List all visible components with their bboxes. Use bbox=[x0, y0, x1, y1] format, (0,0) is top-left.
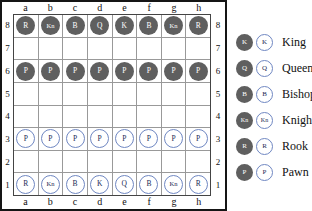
square-a7[interactable] bbox=[14, 38, 38, 60]
legend-dark-piece-icon-bishop: B bbox=[236, 86, 253, 103]
dark-piece-b-f8[interactable]: B bbox=[139, 16, 158, 35]
dark-piece-p-a6[interactable]: P bbox=[16, 62, 35, 81]
rank-label-7: 7 bbox=[2, 37, 13, 60]
legend-label-pawn: Pawn bbox=[282, 165, 309, 180]
square-d8[interactable]: Q bbox=[88, 15, 112, 37]
dark-piece-kn-b8[interactable]: Kn bbox=[41, 16, 60, 35]
corner-spacer bbox=[211, 2, 225, 14]
square-g7[interactable] bbox=[162, 38, 186, 60]
light-piece-kn-g1[interactable]: Kn bbox=[164, 175, 183, 194]
rank-label-4: 4 bbox=[2, 105, 13, 128]
file-label-d: d bbox=[87, 196, 112, 209]
square-h4[interactable] bbox=[186, 106, 210, 128]
file-label-h: h bbox=[186, 196, 211, 209]
light-piece-p-a3[interactable]: P bbox=[16, 129, 35, 148]
file-label-c: c bbox=[63, 2, 88, 14]
rank-label-7: 7 bbox=[211, 37, 225, 60]
square-d2[interactable] bbox=[88, 151, 112, 173]
rank-label-8: 8 bbox=[211, 14, 225, 37]
light-piece-q-e1[interactable]: Q bbox=[115, 175, 134, 194]
file-label-f: f bbox=[137, 196, 162, 209]
legend-light-piece-icon-pawn: P bbox=[256, 164, 273, 181]
corner-spacer bbox=[2, 2, 13, 14]
square-a1[interactable]: R bbox=[14, 173, 38, 195]
square-e2[interactable] bbox=[113, 151, 137, 173]
chessboard-panel: abcdefgh 87654321 RKnBQKBKnRPPPPPPPPPPPP… bbox=[0, 0, 227, 211]
file-label-b: b bbox=[38, 196, 63, 209]
dark-piece-p-h6[interactable]: P bbox=[189, 62, 208, 81]
file-label-d: d bbox=[87, 2, 112, 14]
square-d1[interactable]: K bbox=[88, 173, 112, 195]
square-b3[interactable]: P bbox=[39, 128, 63, 150]
square-d7[interactable] bbox=[88, 38, 112, 60]
square-g1[interactable]: Kn bbox=[162, 173, 186, 195]
legend-dark-piece-icon-pawn: P bbox=[236, 164, 253, 181]
rank-label-3: 3 bbox=[211, 128, 225, 151]
square-b8[interactable]: Kn bbox=[39, 15, 63, 37]
square-a6[interactable]: P bbox=[14, 60, 38, 82]
square-h3[interactable]: P bbox=[186, 128, 210, 150]
legend-row-queen: QQQueen bbox=[236, 59, 312, 77]
light-piece-p-e3[interactable]: P bbox=[115, 129, 134, 148]
legend-label-king: King bbox=[282, 35, 306, 50]
file-label-e: e bbox=[112, 2, 137, 14]
rank-labels-left: 87654321 bbox=[2, 14, 13, 196]
light-piece-p-f3[interactable]: P bbox=[139, 129, 158, 148]
light-piece-kn-b1[interactable]: Kn bbox=[41, 175, 60, 194]
square-b6[interactable]: P bbox=[39, 60, 63, 82]
square-e3[interactable]: P bbox=[113, 128, 137, 150]
file-label-a: a bbox=[13, 2, 38, 14]
square-f3[interactable]: P bbox=[137, 128, 161, 150]
rank-label-3: 3 bbox=[2, 128, 13, 151]
light-piece-b-c1[interactable]: B bbox=[66, 175, 85, 194]
rank-label-2: 2 bbox=[211, 151, 225, 174]
square-b4[interactable] bbox=[39, 106, 63, 128]
dark-piece-p-f6[interactable]: P bbox=[139, 62, 158, 81]
square-h5[interactable] bbox=[186, 83, 210, 105]
square-e4[interactable] bbox=[113, 106, 137, 128]
chessboard-grid: RKnBQKBKnRPPPPPPPPPPPPPPPPRKnBKQBKnR bbox=[13, 14, 211, 196]
legend-dark-piece-icon-queen: Q bbox=[236, 60, 253, 77]
file-label-a: a bbox=[13, 196, 38, 209]
square-f7[interactable] bbox=[137, 38, 161, 60]
file-labels-bottom: abcdefgh bbox=[2, 196, 225, 209]
rank-labels-right: 87654321 bbox=[211, 14, 225, 196]
rank-label-1: 1 bbox=[2, 173, 13, 196]
legend-label-rook: Rook bbox=[282, 139, 308, 154]
dark-piece-p-g6[interactable]: P bbox=[164, 62, 183, 81]
legend-dark-piece-icon-king: K bbox=[236, 34, 253, 51]
square-a5[interactable] bbox=[14, 83, 38, 105]
light-piece-p-b3[interactable]: P bbox=[41, 129, 60, 148]
legend-light-piece-icon-knight: Kn bbox=[256, 112, 273, 129]
legend-dark-piece-icon-rook: R bbox=[236, 138, 253, 155]
dark-piece-r-a8[interactable]: R bbox=[16, 16, 35, 35]
light-piece-r-h1[interactable]: R bbox=[189, 175, 208, 194]
light-piece-p-h3[interactable]: P bbox=[189, 129, 208, 148]
legend-label-knight: Knight bbox=[282, 113, 312, 128]
dark-piece-k-e8[interactable]: K bbox=[115, 16, 134, 35]
rank-label-2: 2 bbox=[2, 151, 13, 174]
legend-light-piece-icon-rook: R bbox=[256, 138, 273, 155]
legend-row-bishop: BBBishop bbox=[236, 85, 312, 103]
file-label-g: g bbox=[162, 196, 187, 209]
rank-label-4: 4 bbox=[211, 105, 225, 128]
dark-piece-b-c8[interactable]: B bbox=[66, 16, 85, 35]
square-e1[interactable]: Q bbox=[113, 173, 137, 195]
square-a2[interactable] bbox=[14, 151, 38, 173]
corner-spacer bbox=[2, 196, 13, 209]
square-b2[interactable] bbox=[39, 151, 63, 173]
square-e5[interactable] bbox=[113, 83, 137, 105]
square-b5[interactable] bbox=[39, 83, 63, 105]
square-c5[interactable] bbox=[63, 83, 87, 105]
legend-dark-piece-icon-knight: Kn bbox=[236, 112, 253, 129]
light-piece-k-d1[interactable]: K bbox=[90, 175, 109, 194]
square-a8[interactable]: R bbox=[14, 15, 38, 37]
square-g3[interactable]: P bbox=[162, 128, 186, 150]
light-piece-p-c3[interactable]: P bbox=[66, 129, 85, 148]
square-g2[interactable] bbox=[162, 151, 186, 173]
rank-label-6: 6 bbox=[2, 60, 13, 83]
dark-piece-p-b6[interactable]: P bbox=[41, 62, 60, 81]
legend-row-rook: RRRook bbox=[236, 137, 312, 155]
square-h2[interactable] bbox=[186, 151, 210, 173]
dark-piece-kn-g8[interactable]: Kn bbox=[164, 16, 183, 35]
dark-piece-q-d8[interactable]: Q bbox=[90, 16, 109, 35]
square-e8[interactable]: K bbox=[113, 15, 137, 37]
square-c1[interactable]: B bbox=[63, 173, 87, 195]
light-piece-r-a1[interactable]: R bbox=[16, 175, 35, 194]
square-c6[interactable]: P bbox=[63, 60, 87, 82]
square-d3[interactable]: P bbox=[88, 128, 112, 150]
file-label-f: f bbox=[137, 2, 162, 14]
rank-label-1: 1 bbox=[211, 173, 225, 196]
square-f4[interactable] bbox=[137, 106, 161, 128]
square-c2[interactable] bbox=[63, 151, 87, 173]
square-c3[interactable]: P bbox=[63, 128, 87, 150]
file-label-e: e bbox=[112, 196, 137, 209]
square-a3[interactable]: P bbox=[14, 128, 38, 150]
square-g5[interactable] bbox=[162, 83, 186, 105]
legend-row-king: KKKing bbox=[236, 33, 312, 51]
file-label-b: b bbox=[38, 2, 63, 14]
dark-piece-r-h8[interactable]: R bbox=[189, 16, 208, 35]
square-f8[interactable]: B bbox=[137, 15, 161, 37]
square-g8[interactable]: Kn bbox=[162, 15, 186, 37]
legend-row-knight: KnKnKnight bbox=[236, 111, 312, 129]
light-piece-p-d3[interactable]: P bbox=[90, 129, 109, 148]
file-label-h: h bbox=[186, 2, 211, 14]
square-c4[interactable] bbox=[63, 106, 87, 128]
legend-light-piece-icon-bishop: B bbox=[256, 86, 273, 103]
square-d5[interactable] bbox=[88, 83, 112, 105]
square-h7[interactable] bbox=[186, 38, 210, 60]
dark-piece-p-e6[interactable]: P bbox=[115, 62, 134, 81]
file-labels-top: abcdefgh bbox=[2, 2, 225, 14]
file-label-g: g bbox=[162, 2, 187, 14]
square-f1[interactable]: B bbox=[137, 173, 161, 195]
legend-light-piece-icon-king: K bbox=[256, 34, 273, 51]
rank-label-5: 5 bbox=[2, 82, 13, 105]
legend-label-bishop: Bishop bbox=[282, 87, 312, 102]
square-a4[interactable] bbox=[14, 106, 38, 128]
square-c7[interactable] bbox=[63, 38, 87, 60]
square-e7[interactable] bbox=[113, 38, 137, 60]
legend-row-pawn: PPPawn bbox=[236, 163, 312, 181]
rank-label-8: 8 bbox=[2, 14, 13, 37]
rank-label-6: 6 bbox=[211, 60, 225, 83]
legend-light-piece-icon-queen: Q bbox=[256, 60, 273, 77]
square-c8[interactable]: B bbox=[63, 15, 87, 37]
dark-piece-p-d6[interactable]: P bbox=[90, 62, 109, 81]
square-h6[interactable]: P bbox=[186, 60, 210, 82]
piece-legend: KKKingQQQueenBBBishopKnKnKnightRRRookPPP… bbox=[236, 33, 312, 181]
light-piece-b-f1[interactable]: B bbox=[139, 175, 158, 194]
square-h8[interactable]: R bbox=[186, 15, 210, 37]
square-b7[interactable] bbox=[39, 38, 63, 60]
board-middle: 87654321 RKnBQKBKnRPPPPPPPPPPPPPPPPRKnBK… bbox=[2, 14, 225, 196]
square-f5[interactable] bbox=[137, 83, 161, 105]
square-f6[interactable]: P bbox=[137, 60, 161, 82]
square-e6[interactable]: P bbox=[113, 60, 137, 82]
square-g4[interactable] bbox=[162, 106, 186, 128]
square-d4[interactable] bbox=[88, 106, 112, 128]
corner-spacer bbox=[211, 196, 225, 209]
square-f2[interactable] bbox=[137, 151, 161, 173]
square-d6[interactable]: P bbox=[88, 60, 112, 82]
dark-piece-p-c6[interactable]: P bbox=[66, 62, 85, 81]
square-h1[interactable]: R bbox=[186, 173, 210, 195]
legend-label-queen: Queen bbox=[282, 61, 312, 76]
rank-label-5: 5 bbox=[211, 82, 225, 105]
light-piece-p-g3[interactable]: P bbox=[164, 129, 183, 148]
square-g6[interactable]: P bbox=[162, 60, 186, 82]
square-b1[interactable]: Kn bbox=[39, 173, 63, 195]
chess-diagram: abcdefgh 87654321 RKnBQKBKnRPPPPPPPPPPPP… bbox=[0, 0, 312, 211]
file-label-c: c bbox=[63, 196, 88, 209]
